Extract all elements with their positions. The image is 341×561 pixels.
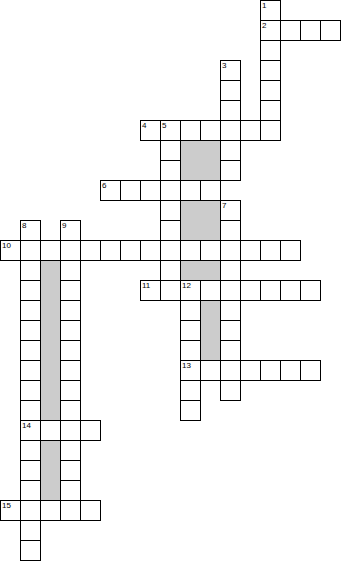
shaded-block <box>200 300 221 361</box>
crossword-cell[interactable] <box>280 240 301 261</box>
crossword-cell[interactable] <box>180 300 201 321</box>
crossword-cell[interactable] <box>60 380 81 401</box>
clue-number: 1 <box>262 2 266 10</box>
crossword-cell[interactable] <box>180 340 201 361</box>
crossword-cell[interactable] <box>300 280 321 301</box>
crossword-cell[interactable] <box>280 20 301 41</box>
crossword-cell[interactable] <box>20 300 41 321</box>
crossword-cell[interactable] <box>160 180 181 201</box>
crossword-cell[interactable] <box>220 140 241 161</box>
crossword-cell[interactable] <box>40 240 61 261</box>
crossword-cell[interactable] <box>240 280 261 301</box>
crossword-cell[interactable] <box>260 280 281 301</box>
crossword-cell[interactable] <box>80 500 101 521</box>
crossword-cell[interactable] <box>40 420 61 441</box>
crossword-cell[interactable] <box>40 500 61 521</box>
clue-number: 6 <box>102 182 106 190</box>
crossword-cell[interactable] <box>180 400 201 421</box>
crossword-cell[interactable] <box>160 280 181 301</box>
crossword-cell[interactable] <box>20 540 41 561</box>
shaded-block <box>40 440 61 501</box>
crossword-cell[interactable] <box>220 220 241 241</box>
crossword-cell[interactable] <box>100 240 121 261</box>
crossword-cell[interactable] <box>20 460 41 481</box>
crossword-cell[interactable] <box>180 120 201 141</box>
crossword-cell[interactable] <box>280 360 301 381</box>
crossword-cell[interactable] <box>120 240 141 261</box>
crossword-cell[interactable] <box>60 420 81 441</box>
crossword-cell[interactable] <box>260 80 281 101</box>
crossword-cell[interactable] <box>220 280 241 301</box>
clue-number: 2 <box>262 22 266 30</box>
crossword-cell[interactable] <box>20 320 41 341</box>
crossword-cell[interactable] <box>220 380 241 401</box>
clue-number: 9 <box>62 222 66 230</box>
crossword-cell[interactable] <box>60 340 81 361</box>
clue-number: 10 <box>2 242 11 250</box>
crossword-cell[interactable] <box>20 480 41 501</box>
shaded-block <box>180 200 221 241</box>
crossword-cell[interactable] <box>20 260 41 281</box>
clue-number: 5 <box>162 122 166 130</box>
crossword-cell[interactable] <box>200 180 221 201</box>
crossword-cell[interactable] <box>20 360 41 381</box>
crossword-cell[interactable] <box>60 260 81 281</box>
clue-number: 15 <box>2 502 11 510</box>
crossword-cell[interactable] <box>300 360 321 381</box>
crossword-cell[interactable] <box>160 260 181 281</box>
crossword-cell[interactable] <box>60 360 81 381</box>
crossword-cell[interactable] <box>220 360 241 381</box>
clue-number: 4 <box>142 122 146 130</box>
crossword-cell[interactable] <box>60 320 81 341</box>
crossword-cell[interactable] <box>60 480 81 501</box>
crossword-cell[interactable] <box>160 140 181 161</box>
shaded-block <box>180 260 221 281</box>
crossword-cell[interactable] <box>20 500 41 521</box>
crossword-cell[interactable] <box>200 240 221 261</box>
crossword-cell[interactable] <box>140 180 161 201</box>
shaded-block <box>40 260 61 421</box>
clue-number: 13 <box>182 362 191 370</box>
crossword-cell[interactable] <box>120 180 141 201</box>
crossword-cell[interactable] <box>20 400 41 421</box>
crossword-cell[interactable] <box>220 80 241 101</box>
crossword-cell[interactable] <box>240 360 261 381</box>
crossword-cell[interactable] <box>180 240 201 261</box>
crossword-cell[interactable] <box>60 440 81 461</box>
crossword-cell[interactable] <box>220 160 241 181</box>
crossword-cell[interactable] <box>260 100 281 121</box>
crossword-cell[interactable] <box>220 320 241 341</box>
crossword-cell[interactable] <box>160 220 181 241</box>
crossword-cell[interactable] <box>180 180 201 201</box>
crossword-cell[interactable] <box>260 240 281 261</box>
crossword-cell[interactable] <box>260 40 281 61</box>
crossword-cell[interactable] <box>80 420 101 441</box>
clue-number: 3 <box>222 62 226 70</box>
crossword-cell[interactable] <box>20 520 41 541</box>
crossword-cell[interactable] <box>300 20 321 41</box>
crossword-cell[interactable] <box>200 280 221 301</box>
crossword-cell[interactable] <box>20 380 41 401</box>
crossword-cell[interactable] <box>60 300 81 321</box>
crossword-cell[interactable] <box>60 240 81 261</box>
crossword-cell[interactable] <box>200 120 221 141</box>
crossword-cell[interactable] <box>220 340 241 361</box>
crossword-cell[interactable] <box>220 100 241 121</box>
crossword-cell[interactable] <box>160 200 181 221</box>
crossword-cell[interactable] <box>60 400 81 421</box>
crossword-cell[interactable] <box>20 340 41 361</box>
crossword-cell[interactable] <box>240 240 261 261</box>
clue-number: 11 <box>142 282 150 290</box>
crossword-cell[interactable] <box>220 240 241 261</box>
clue-number: 7 <box>222 202 226 210</box>
crossword-cell[interactable] <box>260 120 281 141</box>
crossword-cell[interactable] <box>320 20 341 41</box>
crossword-cell[interactable] <box>220 300 241 321</box>
crossword-cell[interactable] <box>60 460 81 481</box>
crossword-cell[interactable] <box>160 160 181 181</box>
crossword-cell[interactable] <box>180 380 201 401</box>
crossword-cell[interactable] <box>160 240 181 261</box>
clue-number: 14 <box>22 422 31 430</box>
crossword-cell[interactable] <box>260 60 281 81</box>
crossword-cell[interactable] <box>20 440 41 461</box>
crossword-cell[interactable] <box>280 280 301 301</box>
crossword-cell[interactable] <box>60 500 81 521</box>
crossword-cell[interactable] <box>180 320 201 341</box>
crossword-cell[interactable] <box>140 240 161 261</box>
crossword-grid: 123456789101112131415 <box>0 0 341 561</box>
crossword-cell[interactable] <box>20 240 41 261</box>
crossword-cell[interactable] <box>80 240 101 261</box>
crossword-cell[interactable] <box>20 280 41 301</box>
crossword-cell[interactable] <box>220 120 241 141</box>
shaded-block <box>180 140 221 181</box>
crossword-cell[interactable] <box>240 120 261 141</box>
crossword-cell[interactable] <box>260 360 281 381</box>
crossword-cell[interactable] <box>220 260 241 281</box>
crossword-cell[interactable] <box>60 280 81 301</box>
clue-number: 12 <box>182 282 191 290</box>
crossword-cell[interactable] <box>200 360 221 381</box>
clue-number: 8 <box>22 222 26 230</box>
